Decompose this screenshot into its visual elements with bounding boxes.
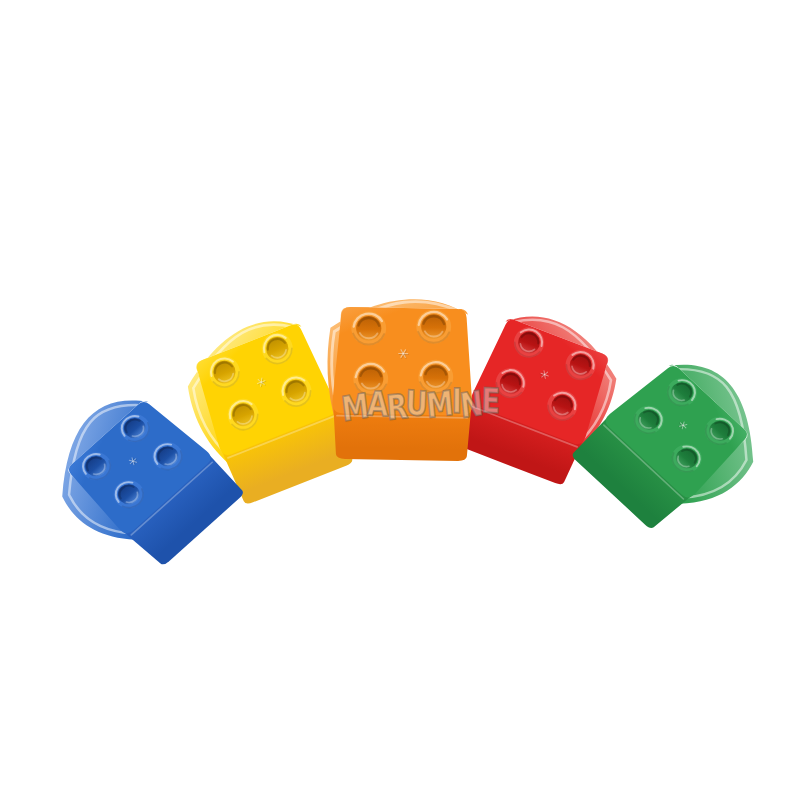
watermark-letter: M <box>339 385 369 429</box>
watermark-letter: A <box>367 383 387 424</box>
brick-orange <box>314 251 493 478</box>
watermark-text: MARUMINE <box>341 381 499 426</box>
brick-blue <box>17 353 263 583</box>
watermark-letter: M <box>425 383 454 426</box>
watermark-letter: U <box>405 382 427 423</box>
watermark-letter: E <box>481 380 499 421</box>
brick-green <box>552 317 799 546</box>
product-photo-canvas: MARUMINE <box>0 0 800 800</box>
watermark-letter: N <box>458 383 483 426</box>
